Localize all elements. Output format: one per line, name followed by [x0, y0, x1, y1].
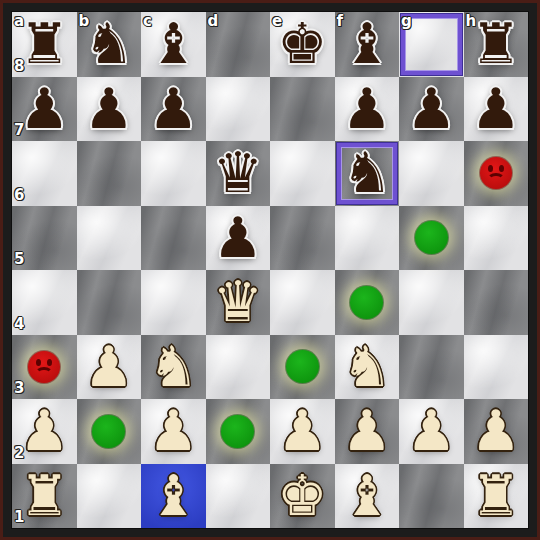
- bad-move-indicator[interactable]: [28, 351, 60, 383]
- file-label-b: b: [79, 14, 90, 29]
- file-label-h: h: [466, 14, 477, 29]
- square-a1[interactable]: 1♜: [12, 464, 77, 529]
- square-a7[interactable]: 7♟: [12, 77, 77, 142]
- white-bishop[interactable]: ♝: [148, 464, 198, 528]
- file-label-e: e: [272, 14, 282, 29]
- square-e6[interactable]: [270, 141, 335, 206]
- square-h6[interactable]: [464, 141, 529, 206]
- rank-label-5: 5: [14, 252, 24, 267]
- bad-move-indicator[interactable]: [480, 157, 512, 189]
- square-c5[interactable]: [141, 206, 206, 271]
- white-pawn[interactable]: ♟: [342, 399, 392, 463]
- square-d6[interactable]: ♛: [206, 141, 271, 206]
- square-d2[interactable]: [206, 399, 271, 464]
- sad-face-eye: [36, 359, 41, 366]
- rank-label-3: 3: [14, 381, 24, 396]
- square-g8[interactable]: g: [399, 12, 464, 77]
- black-pawn[interactable]: ♟: [342, 77, 392, 141]
- square-h3[interactable]: [464, 335, 529, 400]
- square-c3[interactable]: ♞: [141, 335, 206, 400]
- square-g5[interactable]: [399, 206, 464, 271]
- square-c8[interactable]: c♝: [141, 12, 206, 77]
- square-d3[interactable]: [206, 335, 271, 400]
- square-g6[interactable]: [399, 141, 464, 206]
- square-f2[interactable]: ♟: [335, 399, 400, 464]
- square-h8[interactable]: h♜: [464, 12, 529, 77]
- sad-face-eye: [47, 359, 52, 366]
- square-b6[interactable]: [77, 141, 142, 206]
- square-e5[interactable]: [270, 206, 335, 271]
- white-knight[interactable]: ♞: [342, 335, 392, 399]
- square-c7[interactable]: ♟: [141, 77, 206, 142]
- black-pawn[interactable]: ♟: [213, 206, 263, 270]
- square-a3[interactable]: 3: [12, 335, 77, 400]
- square-f6[interactable]: ♞: [335, 141, 400, 206]
- black-pawn[interactable]: ♟: [406, 77, 456, 141]
- board-frame: a8♜b♞c♝de♚f♝gh♜7♟♟♟♟♟♟6♛♞5♟4♛3♟♞♞2♟♟♟♟♟♟…: [0, 0, 540, 540]
- square-d1[interactable]: [206, 464, 271, 529]
- square-b5[interactable]: [77, 206, 142, 271]
- square-e7[interactable]: [270, 77, 335, 142]
- legal-move-dot[interactable]: [415, 221, 448, 254]
- white-pawn[interactable]: ♟: [406, 399, 456, 463]
- square-b8[interactable]: b♞: [77, 12, 142, 77]
- white-knight[interactable]: ♞: [148, 335, 198, 399]
- square-c4[interactable]: [141, 270, 206, 335]
- black-bishop[interactable]: ♝: [148, 12, 198, 76]
- black-pawn[interactable]: ♟: [148, 77, 198, 141]
- sad-face-eye: [499, 165, 504, 172]
- square-g2[interactable]: ♟: [399, 399, 464, 464]
- legal-move-dot[interactable]: [350, 286, 383, 319]
- square-d8[interactable]: d: [206, 12, 271, 77]
- sad-face-mouth: [35, 367, 53, 380]
- legal-move-dot[interactable]: [92, 415, 125, 448]
- sad-face-mouth: [487, 173, 505, 186]
- black-queen[interactable]: ♛: [213, 141, 263, 205]
- square-b2[interactable]: [77, 399, 142, 464]
- square-f1[interactable]: ♝: [335, 464, 400, 529]
- square-f4[interactable]: [335, 270, 400, 335]
- white-rook[interactable]: ♜: [471, 464, 521, 528]
- legal-move-dot[interactable]: [286, 350, 319, 383]
- black-rook[interactable]: ♜: [19, 12, 69, 76]
- rank-label-6: 6: [14, 188, 24, 203]
- black-pawn[interactable]: ♟: [84, 77, 134, 141]
- square-h1[interactable]: ♜: [464, 464, 529, 529]
- square-g4[interactable]: [399, 270, 464, 335]
- white-pawn[interactable]: ♟: [471, 399, 521, 463]
- rank-label-2: 2: [14, 446, 24, 461]
- square-h4[interactable]: [464, 270, 529, 335]
- file-label-f: f: [337, 14, 344, 29]
- square-f5[interactable]: [335, 206, 400, 271]
- white-king[interactable]: ♚: [277, 464, 327, 528]
- white-pawn[interactable]: ♟: [19, 399, 69, 463]
- square-b4[interactable]: [77, 270, 142, 335]
- square-a8[interactable]: a8♜: [12, 12, 77, 77]
- white-pawn[interactable]: ♟: [277, 399, 327, 463]
- file-label-g: g: [401, 14, 412, 29]
- white-bishop[interactable]: ♝: [342, 464, 392, 528]
- square-f8[interactable]: f♝: [335, 12, 400, 77]
- square-f7[interactable]: ♟: [335, 77, 400, 142]
- square-a4[interactable]: 4: [12, 270, 77, 335]
- square-g3[interactable]: [399, 335, 464, 400]
- square-a6[interactable]: 6: [12, 141, 77, 206]
- square-b7[interactable]: ♟: [77, 77, 142, 142]
- legal-move-dot[interactable]: [221, 415, 254, 448]
- square-b3[interactable]: ♟: [77, 335, 142, 400]
- white-queen[interactable]: ♛: [213, 270, 263, 334]
- white-pawn[interactable]: ♟: [148, 399, 198, 463]
- black-rook[interactable]: ♜: [471, 12, 521, 76]
- sad-face-eye: [488, 165, 493, 172]
- square-d5[interactable]: ♟: [206, 206, 271, 271]
- black-knight[interactable]: ♞: [342, 141, 392, 205]
- file-label-d: d: [208, 14, 219, 29]
- chessboard: a8♜b♞c♝de♚f♝gh♜7♟♟♟♟♟♟6♛♞5♟4♛3♟♞♞2♟♟♟♟♟♟…: [12, 12, 528, 528]
- rank-label-8: 8: [14, 59, 24, 74]
- square-g7[interactable]: ♟: [399, 77, 464, 142]
- black-bishop[interactable]: ♝: [342, 12, 392, 76]
- square-h7[interactable]: ♟: [464, 77, 529, 142]
- square-a5[interactable]: 5: [12, 206, 77, 271]
- square-a2[interactable]: 2♟: [12, 399, 77, 464]
- rank-label-7: 7: [14, 123, 24, 138]
- file-label-c: c: [143, 14, 152, 29]
- white-pawn[interactable]: ♟: [84, 335, 134, 399]
- square-e8[interactable]: e♚: [270, 12, 335, 77]
- square-e1[interactable]: ♚: [270, 464, 335, 529]
- square-e2[interactable]: ♟: [270, 399, 335, 464]
- square-f3[interactable]: ♞: [335, 335, 400, 400]
- rank-label-1: 1: [14, 510, 24, 525]
- square-h2[interactable]: ♟: [464, 399, 529, 464]
- white-rook[interactable]: ♜: [19, 464, 69, 528]
- black-king[interactable]: ♚: [277, 12, 327, 76]
- square-d7[interactable]: [206, 77, 271, 142]
- square-e4[interactable]: [270, 270, 335, 335]
- square-g1[interactable]: [399, 464, 464, 529]
- square-e3[interactable]: [270, 335, 335, 400]
- square-c2[interactable]: ♟: [141, 399, 206, 464]
- black-knight[interactable]: ♞: [84, 12, 134, 76]
- square-h5[interactable]: [464, 206, 529, 271]
- file-label-a: a: [14, 14, 24, 29]
- square-d4[interactable]: ♛: [206, 270, 271, 335]
- black-pawn[interactable]: ♟: [471, 77, 521, 141]
- black-pawn[interactable]: ♟: [19, 77, 69, 141]
- square-c1[interactable]: ♝: [141, 464, 206, 529]
- square-c6[interactable]: [141, 141, 206, 206]
- rank-label-4: 4: [14, 317, 24, 332]
- square-b1[interactable]: [77, 464, 142, 529]
